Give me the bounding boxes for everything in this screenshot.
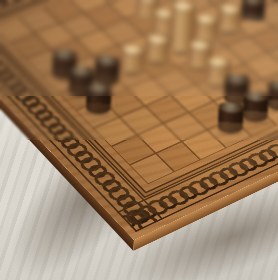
- depth-blur-overlay-soft: [0, 96, 278, 140]
- photo-frame: [0, 0, 278, 280]
- depth-blur-overlay-strong: [0, 0, 278, 96]
